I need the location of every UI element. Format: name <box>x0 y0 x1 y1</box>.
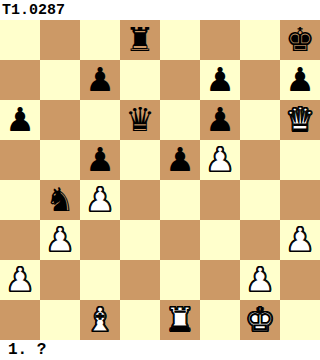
white-bishop: ♝ <box>85 303 115 336</box>
black-pawn: ♟ <box>165 143 195 176</box>
puzzle-id: T1.0287 <box>0 0 320 20</box>
square-d6[interactable]: ♛ <box>120 100 160 140</box>
black-pawn: ♟ <box>85 143 115 176</box>
square-a3[interactable] <box>0 220 40 260</box>
square-d5[interactable] <box>120 140 160 180</box>
square-h4[interactable] <box>280 180 320 220</box>
square-h2[interactable] <box>280 260 320 300</box>
square-g7[interactable] <box>240 60 280 100</box>
square-f7[interactable]: ♟ <box>200 60 240 100</box>
square-f8[interactable] <box>200 20 240 60</box>
square-a1[interactable] <box>0 300 40 340</box>
square-f5[interactable]: ♟ <box>200 140 240 180</box>
square-b8[interactable] <box>40 20 80 60</box>
square-c1[interactable]: ♝ <box>80 300 120 340</box>
square-g5[interactable] <box>240 140 280 180</box>
square-b1[interactable] <box>40 300 80 340</box>
black-king: ♚ <box>285 23 315 56</box>
square-h6[interactable]: ♛ <box>280 100 320 140</box>
square-h7[interactable]: ♟ <box>280 60 320 100</box>
square-g3[interactable] <box>240 220 280 260</box>
square-b7[interactable] <box>40 60 80 100</box>
square-d3[interactable] <box>120 220 160 260</box>
square-g4[interactable] <box>240 180 280 220</box>
square-e2[interactable] <box>160 260 200 300</box>
square-e8[interactable] <box>160 20 200 60</box>
move-prompt: 1. ? <box>0 340 320 360</box>
white-rook: ♜ <box>165 303 195 336</box>
square-b5[interactable] <box>40 140 80 180</box>
square-c8[interactable] <box>80 20 120 60</box>
square-c2[interactable] <box>80 260 120 300</box>
square-a5[interactable] <box>0 140 40 180</box>
square-e7[interactable] <box>160 60 200 100</box>
square-d2[interactable] <box>120 260 160 300</box>
square-e5[interactable]: ♟ <box>160 140 200 180</box>
square-a8[interactable] <box>0 20 40 60</box>
square-g1[interactable]: ♚ <box>240 300 280 340</box>
square-b6[interactable] <box>40 100 80 140</box>
white-pawn: ♟ <box>85 183 115 216</box>
square-b2[interactable] <box>40 260 80 300</box>
square-b3[interactable]: ♟ <box>40 220 80 260</box>
square-f4[interactable] <box>200 180 240 220</box>
square-c6[interactable] <box>80 100 120 140</box>
square-c7[interactable]: ♟ <box>80 60 120 100</box>
square-g8[interactable] <box>240 20 280 60</box>
white-pawn: ♟ <box>285 223 315 256</box>
square-a7[interactable] <box>0 60 40 100</box>
square-d8[interactable]: ♜ <box>120 20 160 60</box>
chess-puzzle-app: T1.0287 ♜♚♟♟♟♟♛♟♛♟♟♟♞♟♟♟♟♟♝♜♚ 1. ? <box>0 0 320 360</box>
black-pawn: ♟ <box>285 63 315 96</box>
square-e4[interactable] <box>160 180 200 220</box>
square-a6[interactable]: ♟ <box>0 100 40 140</box>
white-king: ♚ <box>245 303 275 336</box>
square-f3[interactable] <box>200 220 240 260</box>
chess-board: ♜♚♟♟♟♟♛♟♛♟♟♟♞♟♟♟♟♟♝♜♚ <box>0 20 320 340</box>
square-g2[interactable]: ♟ <box>240 260 280 300</box>
square-d4[interactable] <box>120 180 160 220</box>
white-pawn: ♟ <box>5 263 35 296</box>
square-d7[interactable] <box>120 60 160 100</box>
square-e1[interactable]: ♜ <box>160 300 200 340</box>
black-rook: ♜ <box>125 23 155 56</box>
black-pawn: ♟ <box>5 103 35 136</box>
square-h3[interactable]: ♟ <box>280 220 320 260</box>
square-d1[interactable] <box>120 300 160 340</box>
black-pawn: ♟ <box>205 63 235 96</box>
white-queen: ♛ <box>285 103 315 136</box>
white-pawn: ♟ <box>205 143 235 176</box>
square-f2[interactable] <box>200 260 240 300</box>
white-pawn: ♟ <box>245 263 275 296</box>
square-e3[interactable] <box>160 220 200 260</box>
white-pawn: ♟ <box>45 223 75 256</box>
black-queen: ♛ <box>125 103 155 136</box>
square-a2[interactable]: ♟ <box>0 260 40 300</box>
square-c5[interactable]: ♟ <box>80 140 120 180</box>
square-a4[interactable] <box>0 180 40 220</box>
square-c4[interactable]: ♟ <box>80 180 120 220</box>
square-g6[interactable] <box>240 100 280 140</box>
square-e6[interactable] <box>160 100 200 140</box>
square-f6[interactable]: ♟ <box>200 100 240 140</box>
square-f1[interactable] <box>200 300 240 340</box>
square-h1[interactable] <box>280 300 320 340</box>
black-knight: ♞ <box>45 183 75 216</box>
square-h5[interactable] <box>280 140 320 180</box>
square-c3[interactable] <box>80 220 120 260</box>
black-pawn: ♟ <box>85 63 115 96</box>
square-h8[interactable]: ♚ <box>280 20 320 60</box>
black-pawn: ♟ <box>205 103 235 136</box>
square-b4[interactable]: ♞ <box>40 180 80 220</box>
